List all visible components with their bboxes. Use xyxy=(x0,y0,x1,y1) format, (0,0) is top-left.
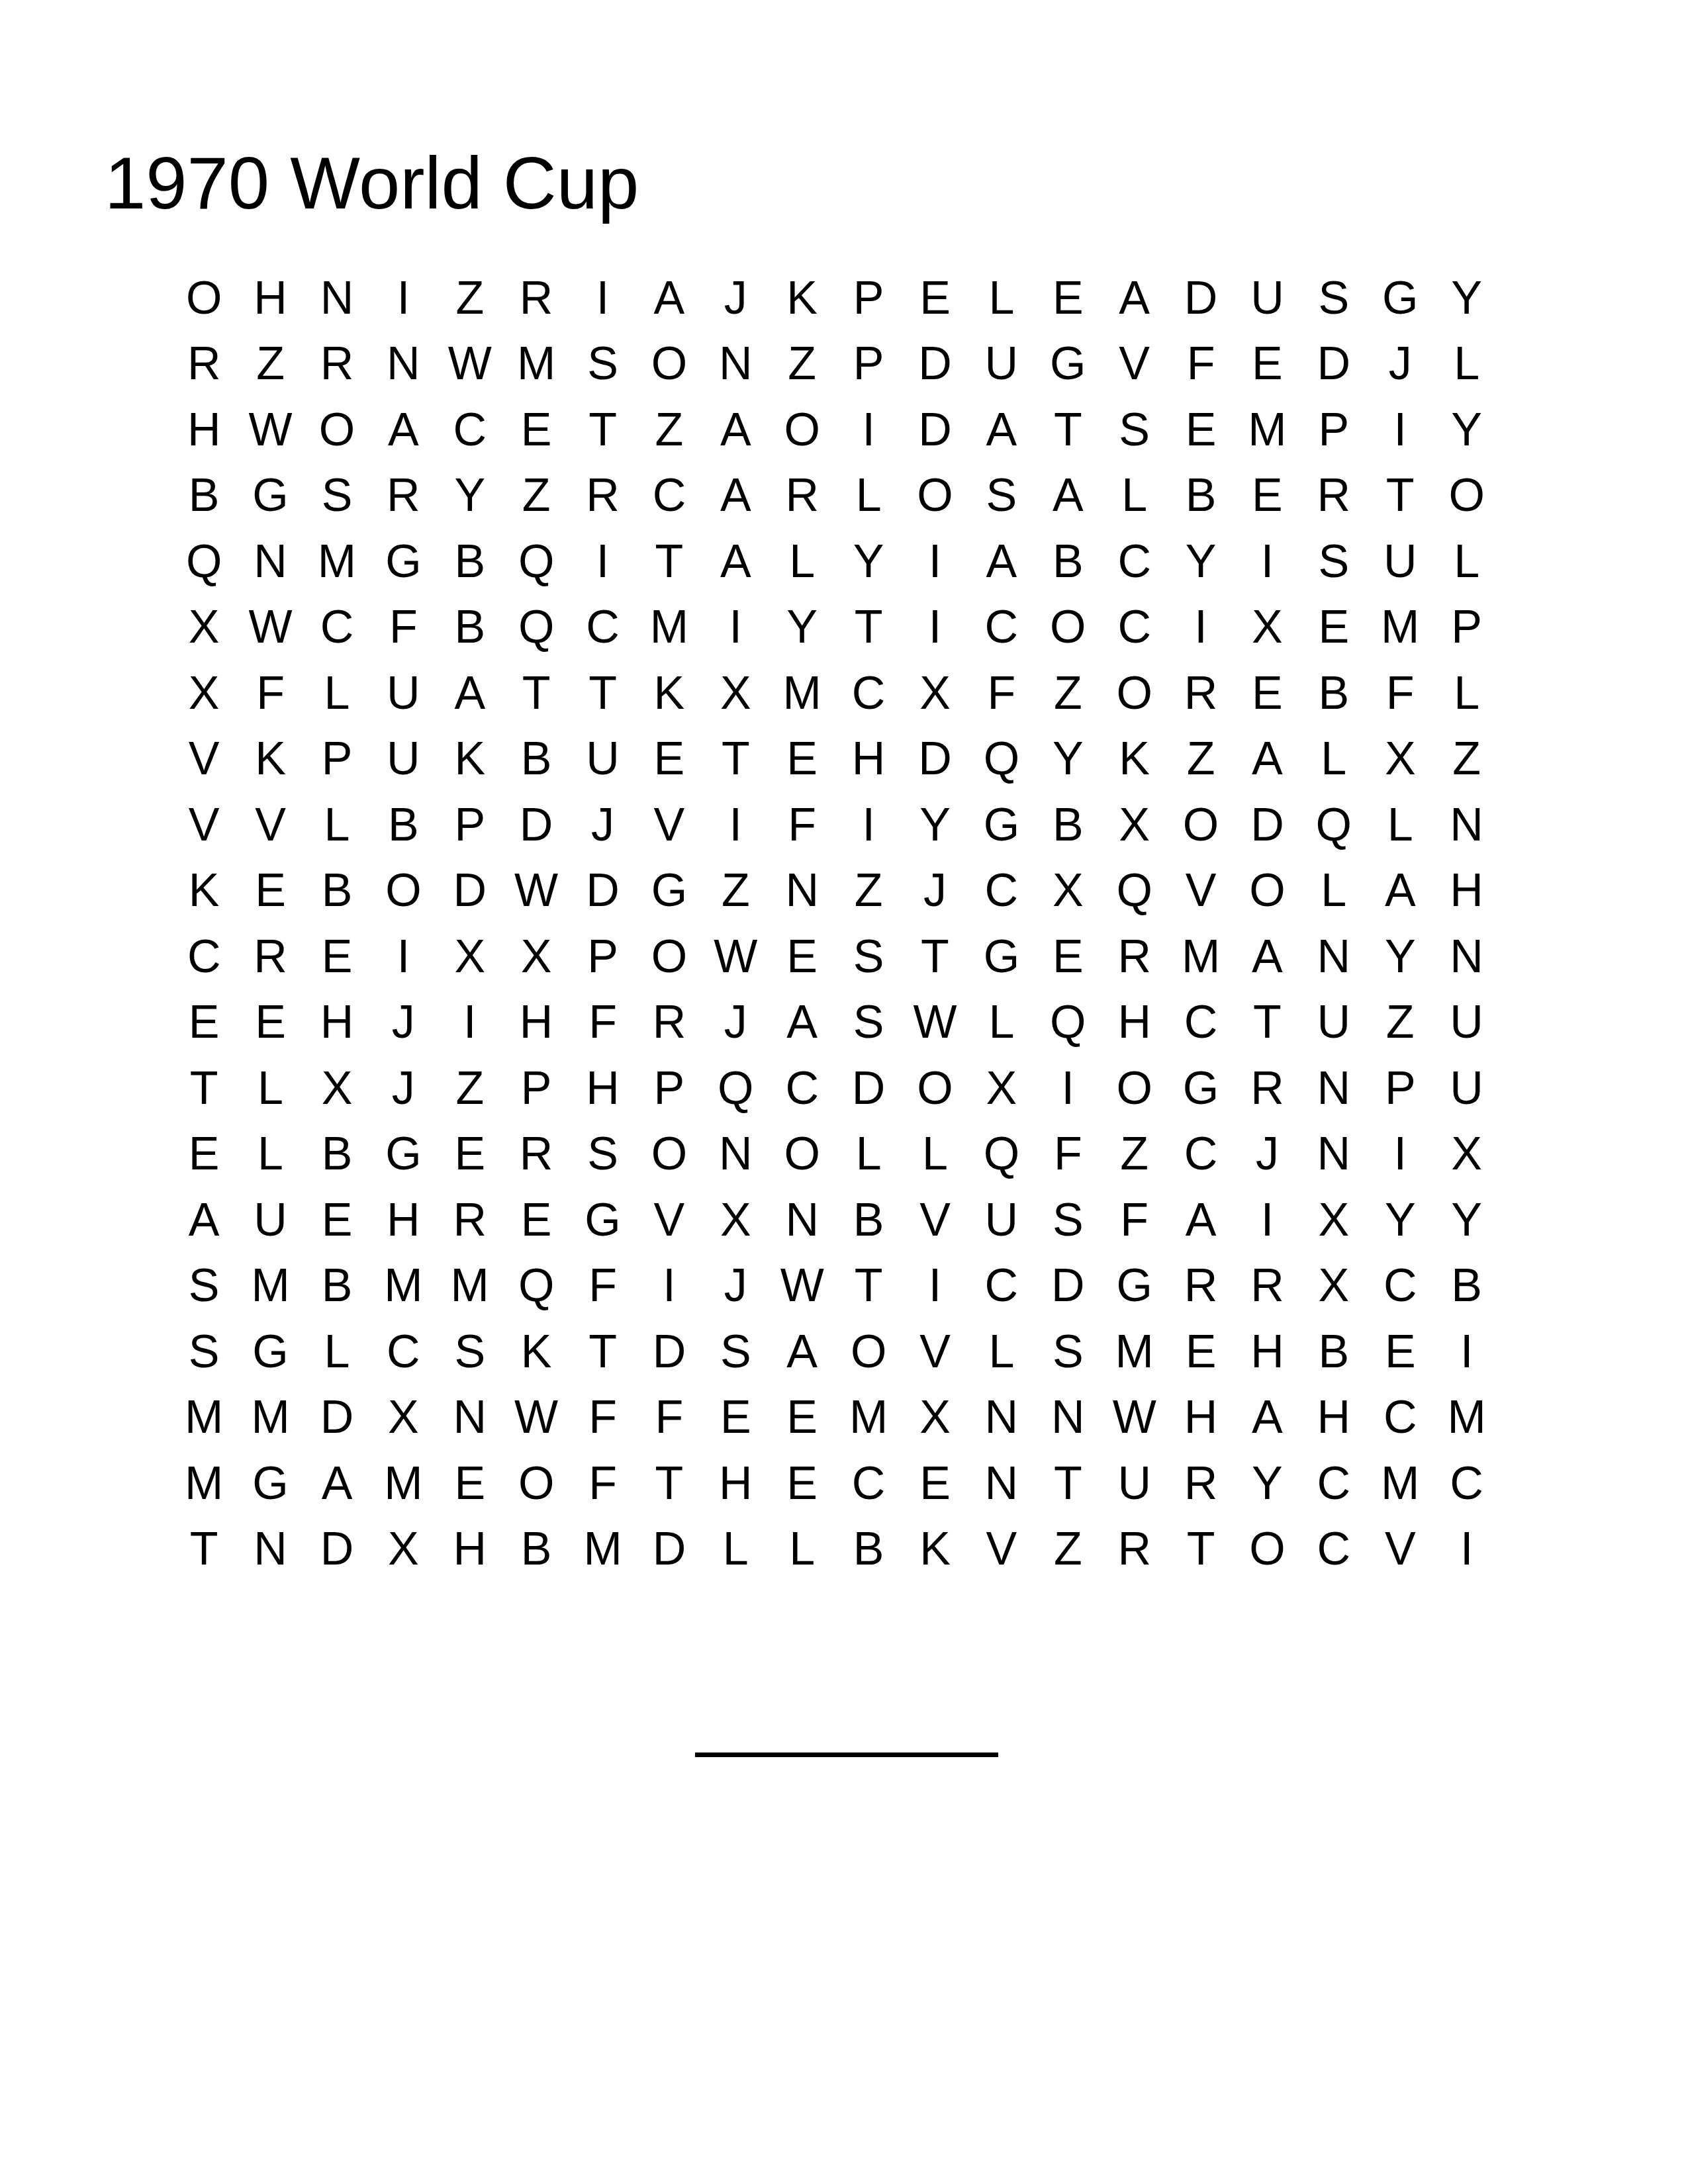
grid-cell: C xyxy=(171,923,237,989)
grid-cell: T xyxy=(569,660,635,726)
grid-cell: Y xyxy=(1433,1187,1499,1253)
grid-cell: T xyxy=(1035,1450,1101,1516)
grid-cell: B xyxy=(503,726,569,792)
grid-cell: B xyxy=(304,1121,370,1187)
grid-cell: G xyxy=(237,1450,303,1516)
grid-cell: L xyxy=(769,528,835,594)
grid-cell: T xyxy=(503,660,569,726)
grid-cell: R xyxy=(569,463,635,529)
grid-cell: I xyxy=(437,989,503,1056)
grid-cell: W xyxy=(702,923,769,989)
grid-cell: C xyxy=(636,463,702,529)
grid-cell: M xyxy=(1234,396,1300,463)
grid-cell: D xyxy=(636,1318,702,1385)
grid-cell: X xyxy=(968,1055,1035,1121)
grid-cell: X xyxy=(370,1516,436,1582)
grid-cell: Y xyxy=(1367,923,1433,989)
grid-cell: Q xyxy=(503,1253,569,1319)
grid-cell: X xyxy=(1433,1121,1499,1187)
grid-cell: A xyxy=(702,528,769,594)
grid-cell: Z xyxy=(769,331,835,397)
grid-cell: V xyxy=(636,792,702,858)
grid-cell: X xyxy=(1035,858,1101,924)
grid-cell: U xyxy=(968,331,1035,397)
grid-cell: A xyxy=(968,528,1035,594)
grid-cell: M xyxy=(1367,1450,1433,1516)
grid-cell: B xyxy=(370,792,436,858)
grid-cell: X xyxy=(171,594,237,660)
grid-cell: S xyxy=(1035,1187,1101,1253)
grid-cell: T xyxy=(569,396,635,463)
grid-cell: L xyxy=(237,1055,303,1121)
grid-cell: A xyxy=(769,1318,835,1385)
grid-cell: J xyxy=(702,1253,769,1319)
grid-cell: F xyxy=(1101,1187,1167,1253)
grid-cell: U xyxy=(968,1187,1035,1253)
grid-cell: U xyxy=(1234,265,1300,331)
grid-cell: D xyxy=(503,792,569,858)
grid-cell: G xyxy=(237,1318,303,1385)
grid-cell: E xyxy=(1301,594,1367,660)
grid-cell: D xyxy=(1035,1253,1101,1319)
grid-cell: Z xyxy=(437,1055,503,1121)
grid-cell: G xyxy=(1168,1055,1234,1121)
grid-cell: U xyxy=(370,726,436,792)
grid-cell: I xyxy=(370,265,436,331)
grid-cell: M xyxy=(171,1385,237,1451)
grid-cell: K xyxy=(1101,726,1167,792)
grid-cell: L xyxy=(304,1318,370,1385)
grid-cell: C xyxy=(968,858,1035,924)
grid-cell: G xyxy=(636,858,702,924)
grid-cell: B xyxy=(1301,1318,1367,1385)
grid-cell: T xyxy=(636,528,702,594)
grid-cell: O xyxy=(1035,594,1101,660)
grid-cell: V xyxy=(1168,858,1234,924)
grid-cell: I xyxy=(835,396,902,463)
grid-cell: E xyxy=(769,1385,835,1451)
grid-cell: D xyxy=(437,858,503,924)
grid-cell: Z xyxy=(835,858,902,924)
grid-cell: R xyxy=(304,331,370,397)
grid-cell: V xyxy=(237,792,303,858)
grid-cell: S xyxy=(968,463,1035,529)
grid-cell: P xyxy=(835,265,902,331)
grid-cell: M xyxy=(569,1516,635,1582)
grid-cell: U xyxy=(1301,989,1367,1056)
grid-cell: J xyxy=(702,265,769,331)
grid-cell: H xyxy=(304,989,370,1056)
grid-cell: P xyxy=(835,331,902,397)
grid-cell: H xyxy=(1168,1385,1234,1451)
grid-cell: R xyxy=(1234,1253,1300,1319)
grid-cell: U xyxy=(1433,1055,1499,1121)
grid-cell: B xyxy=(304,858,370,924)
grid-cell: O xyxy=(769,1121,835,1187)
grid-cell: I xyxy=(702,594,769,660)
grid-cell: X xyxy=(702,1187,769,1253)
grid-cell: X xyxy=(1101,792,1167,858)
grid-cell: O xyxy=(304,396,370,463)
grid-cell: O xyxy=(902,1055,968,1121)
grid-cell: I xyxy=(569,528,635,594)
grid-cell: B xyxy=(437,528,503,594)
grid-cell: B xyxy=(1035,528,1101,594)
grid-cell: M xyxy=(503,331,569,397)
grid-cell: N xyxy=(769,858,835,924)
grid-cell: S xyxy=(569,1121,635,1187)
grid-cell: Q xyxy=(1035,989,1101,1056)
grid-cell: O xyxy=(503,1450,569,1516)
grid-cell: L xyxy=(835,1121,902,1187)
grid-cell: A xyxy=(370,396,436,463)
grid-cell: X xyxy=(171,660,237,726)
grid-cell: N xyxy=(1301,1055,1367,1121)
grid-cell: Q xyxy=(1301,792,1367,858)
grid-cell: X xyxy=(1367,726,1433,792)
grid-cell: R xyxy=(370,463,436,529)
grid-cell: B xyxy=(1168,463,1234,529)
grid-cell: D xyxy=(902,726,968,792)
grid-cell: G xyxy=(370,528,436,594)
grid-cell: A xyxy=(1234,923,1300,989)
grid-cell: T xyxy=(1168,1516,1234,1582)
grid-cell: D xyxy=(1301,331,1367,397)
grid-cell: H xyxy=(835,726,902,792)
grid-cell: E xyxy=(237,989,303,1056)
grid-cell: C xyxy=(304,594,370,660)
grid-cell: W xyxy=(437,331,503,397)
grid-cell: I xyxy=(1433,1516,1499,1582)
grid-cell: Y xyxy=(902,792,968,858)
grid-cell: Z xyxy=(1101,1121,1167,1187)
grid-cell: L xyxy=(304,792,370,858)
grid-cell: M xyxy=(1433,1385,1499,1451)
grid-cell: Q xyxy=(503,594,569,660)
grid-cell: C xyxy=(968,594,1035,660)
grid-cell: N xyxy=(968,1450,1035,1516)
grid-cell: O xyxy=(1168,792,1234,858)
grid-cell: S xyxy=(304,463,370,529)
grid-cell: D xyxy=(902,331,968,397)
grid-cell: F xyxy=(569,1450,635,1516)
grid-cell: B xyxy=(1301,660,1367,726)
grid-cell: D xyxy=(902,396,968,463)
grid-cell: B xyxy=(1433,1253,1499,1319)
grid-cell: M xyxy=(1101,1318,1167,1385)
grid-cell: M xyxy=(171,1450,237,1516)
grid-cell: G xyxy=(968,792,1035,858)
grid-cell: C xyxy=(835,660,902,726)
grid-cell: V xyxy=(171,792,237,858)
grid-cell: C xyxy=(1433,1450,1499,1516)
grid-cell: E xyxy=(636,726,702,792)
grid-cell: Z xyxy=(503,463,569,529)
grid-cell: C xyxy=(1301,1516,1367,1582)
grid-cell: A xyxy=(769,989,835,1056)
grid-cell: Z xyxy=(437,265,503,331)
grid-cell: L xyxy=(835,463,902,529)
grid-cell: A xyxy=(702,396,769,463)
grid-cell: H xyxy=(1101,989,1167,1056)
grid-cell: E xyxy=(1367,1318,1433,1385)
grid-cell: H xyxy=(1234,1318,1300,1385)
grid-cell: F xyxy=(1168,331,1234,397)
grid-cell: L xyxy=(1433,331,1499,397)
grid-cell: N xyxy=(702,1121,769,1187)
grid-cell: Z xyxy=(1433,726,1499,792)
grid-cell: L xyxy=(769,1516,835,1582)
grid-cell: P xyxy=(1367,1055,1433,1121)
grid-cell: L xyxy=(1301,726,1367,792)
grid-cell: N xyxy=(304,265,370,331)
grid-cell: Z xyxy=(1168,726,1234,792)
grid-cell: S xyxy=(171,1253,237,1319)
grid-cell: M xyxy=(237,1253,303,1319)
grid-cell: S xyxy=(1035,1318,1101,1385)
grid-cell: W xyxy=(769,1253,835,1319)
grid-cell: O xyxy=(636,923,702,989)
grid-cell: I xyxy=(1433,1318,1499,1385)
grid-cell: H xyxy=(370,1187,436,1253)
grid-cell: W xyxy=(237,594,303,660)
grid-cell: F xyxy=(569,1253,635,1319)
grid-cell: Z xyxy=(237,331,303,397)
grid-cell: Q xyxy=(968,726,1035,792)
grid-cell: I xyxy=(1168,594,1234,660)
grid-cell: G xyxy=(1101,1253,1167,1319)
grid-cell: J xyxy=(902,858,968,924)
grid-cell: P xyxy=(503,1055,569,1121)
grid-cell: R xyxy=(636,989,702,1056)
grid-cell: I xyxy=(702,792,769,858)
grid-cell: M xyxy=(237,1385,303,1451)
grid-cell: Q xyxy=(1101,858,1167,924)
grid-cell: E xyxy=(1234,331,1300,397)
grid-cell: X xyxy=(902,1385,968,1451)
grid-cell: A xyxy=(304,1450,370,1516)
grid-cell: N xyxy=(370,331,436,397)
grid-cell: F xyxy=(968,660,1035,726)
grid-cell: O xyxy=(1101,660,1167,726)
grid-cell: Y xyxy=(1168,528,1234,594)
grid-cell: O xyxy=(769,396,835,463)
grid-cell: M xyxy=(769,660,835,726)
grid-cell: K xyxy=(437,726,503,792)
grid-cell: I xyxy=(902,594,968,660)
grid-cell: E xyxy=(902,265,968,331)
grid-cell: G xyxy=(968,923,1035,989)
grid-cell: M xyxy=(1367,594,1433,660)
grid-cell: C xyxy=(1367,1385,1433,1451)
grid-cell: P xyxy=(304,726,370,792)
grid-cell: N xyxy=(1433,923,1499,989)
grid-cell: T xyxy=(171,1516,237,1582)
grid-cell: T xyxy=(636,1450,702,1516)
grid-cell: E xyxy=(503,1187,569,1253)
grid-cell: E xyxy=(304,1187,370,1253)
grid-cell: Q xyxy=(968,1121,1035,1187)
grid-cell: Z xyxy=(1035,660,1101,726)
grid-cell: L xyxy=(304,660,370,726)
grid-cell: F xyxy=(370,594,436,660)
grid-cell: F xyxy=(1367,660,1433,726)
grid-cell: S xyxy=(1301,528,1367,594)
grid-cell: A xyxy=(1234,1385,1300,1451)
grid-cell: U xyxy=(1367,528,1433,594)
grid-cell: X xyxy=(437,923,503,989)
grid-cell: N xyxy=(769,1187,835,1253)
grid-cell: D xyxy=(304,1385,370,1451)
grid-cell: T xyxy=(835,1253,902,1319)
grid-cell: I xyxy=(636,1253,702,1319)
grid-cell: R xyxy=(1168,1253,1234,1319)
grid-cell: S xyxy=(835,989,902,1056)
grid-cell: E xyxy=(769,1450,835,1516)
grid-cell: R xyxy=(1234,1055,1300,1121)
grid-cell: C xyxy=(968,1253,1035,1319)
grid-cell: Z xyxy=(636,396,702,463)
grid-cell: L xyxy=(1433,660,1499,726)
grid-cell: Y xyxy=(769,594,835,660)
grid-cell: E xyxy=(1035,265,1101,331)
grid-cell: T xyxy=(1234,989,1300,1056)
grid-cell: N xyxy=(1433,792,1499,858)
grid-cell: A xyxy=(702,463,769,529)
grid-cell: N xyxy=(702,331,769,397)
grid-cell: H xyxy=(437,1516,503,1582)
grid-cell: D xyxy=(1234,792,1300,858)
grid-cell: M xyxy=(636,594,702,660)
grid-cell: O xyxy=(835,1318,902,1385)
grid-cell: F xyxy=(1035,1121,1101,1187)
grid-cell: E xyxy=(1035,923,1101,989)
grid-cell: D xyxy=(304,1516,370,1582)
grid-cell: Q xyxy=(171,528,237,594)
grid-cell: O xyxy=(370,858,436,924)
grid-cell: Y xyxy=(1433,265,1499,331)
grid-cell: C xyxy=(569,594,635,660)
grid-cell: C xyxy=(1101,528,1167,594)
grid-cell: S xyxy=(1101,396,1167,463)
grid-cell: C xyxy=(370,1318,436,1385)
grid-cell: T xyxy=(702,726,769,792)
grid-cell: K xyxy=(769,265,835,331)
grid-cell: I xyxy=(370,923,436,989)
grid-cell: H xyxy=(569,1055,635,1121)
grid-cell: D xyxy=(835,1055,902,1121)
grid-cell: A xyxy=(437,660,503,726)
grid-cell: M xyxy=(437,1253,503,1319)
grid-cell: V xyxy=(902,1187,968,1253)
grid-cell: I xyxy=(902,1253,968,1319)
grid-cell: K xyxy=(503,1318,569,1385)
grid-cell: N xyxy=(1301,1121,1367,1187)
grid-cell: L xyxy=(237,1121,303,1187)
grid-cell: K xyxy=(902,1516,968,1582)
grid-cell: U xyxy=(1101,1450,1167,1516)
grid-cell: W xyxy=(237,396,303,463)
grid-cell: L xyxy=(1101,463,1167,529)
grid-cell: I xyxy=(835,792,902,858)
grid-cell: A xyxy=(171,1187,237,1253)
grid-cell: C xyxy=(1367,1253,1433,1319)
grid-cell: R xyxy=(1101,1516,1167,1582)
grid-cell: S xyxy=(569,331,635,397)
grid-cell: I xyxy=(1367,396,1433,463)
grid-cell: E xyxy=(769,726,835,792)
grid-cell: F xyxy=(569,1385,635,1451)
grid-cell: N xyxy=(1301,923,1367,989)
grid-cell: A xyxy=(1367,858,1433,924)
grid-cell: V xyxy=(171,726,237,792)
grid-cell: G xyxy=(1367,265,1433,331)
grid-cell: T xyxy=(171,1055,237,1121)
grid-cell: X xyxy=(503,923,569,989)
grid-cell: S xyxy=(171,1318,237,1385)
grid-cell: U xyxy=(370,660,436,726)
grid-cell: H xyxy=(1301,1385,1367,1451)
grid-cell: W xyxy=(503,1385,569,1451)
grid-cell: J xyxy=(1367,331,1433,397)
grid-cell: O xyxy=(636,331,702,397)
grid-cell: E xyxy=(1168,396,1234,463)
grid-cell: A xyxy=(968,396,1035,463)
grid-cell: D xyxy=(1168,265,1234,331)
grid-cell: E xyxy=(304,923,370,989)
grid-cell: B xyxy=(171,463,237,529)
grid-cell: E xyxy=(171,1121,237,1187)
grid-cell: E xyxy=(437,1450,503,1516)
grid-cell: K xyxy=(171,858,237,924)
grid-cell: H xyxy=(171,396,237,463)
grid-cell: N xyxy=(237,528,303,594)
grid-cell: K xyxy=(636,660,702,726)
grid-cell: C xyxy=(1168,989,1234,1056)
grid-cell: I xyxy=(902,528,968,594)
grid-cell: D xyxy=(636,1516,702,1582)
grid-cell: A xyxy=(1101,265,1167,331)
grid-cell: I xyxy=(1035,1055,1101,1121)
grid-cell: W xyxy=(902,989,968,1056)
grid-cell: B xyxy=(1035,792,1101,858)
grid-cell: E xyxy=(237,858,303,924)
grid-cell: I xyxy=(1367,1121,1433,1187)
grid-cell: E xyxy=(1168,1318,1234,1385)
grid-cell: O xyxy=(902,463,968,529)
grid-cell: C xyxy=(1101,594,1167,660)
grid-cell: B xyxy=(835,1187,902,1253)
grid-cell: P xyxy=(636,1055,702,1121)
grid-cell: R xyxy=(1168,660,1234,726)
grid-cell: J xyxy=(1234,1121,1300,1187)
grid-cell: O xyxy=(171,265,237,331)
grid-cell: J xyxy=(370,989,436,1056)
grid-cell: G xyxy=(237,463,303,529)
grid-cell: R xyxy=(503,265,569,331)
grid-cell: X xyxy=(304,1055,370,1121)
grid-cell: B xyxy=(437,594,503,660)
grid-cell: R xyxy=(1168,1450,1234,1516)
page-title: 1970 World Cup xyxy=(105,142,639,224)
grid-cell: K xyxy=(237,726,303,792)
grid-cell: N xyxy=(1035,1385,1101,1451)
grid-cell: X xyxy=(902,660,968,726)
grid-cell: O xyxy=(1101,1055,1167,1121)
grid-cell: F xyxy=(636,1385,702,1451)
grid-cell: Y xyxy=(1367,1187,1433,1253)
grid-cell: L xyxy=(968,989,1035,1056)
